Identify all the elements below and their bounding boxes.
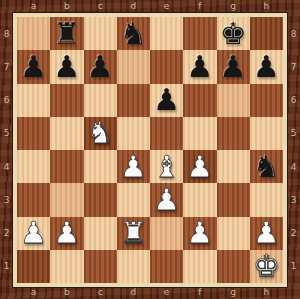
square-f6[interactable]	[183, 84, 216, 117]
square-h5[interactable]	[250, 117, 283, 150]
piece-white-knight[interactable]: ♞	[87, 118, 114, 148]
rank-label-right-5: 5	[287, 117, 300, 150]
square-h7[interactable]: ♟	[250, 50, 283, 83]
piece-black-king[interactable]: ♚	[220, 19, 247, 49]
square-a5[interactable]	[17, 117, 50, 150]
file-label-top-d: d	[117, 0, 150, 13]
square-e5[interactable]	[150, 117, 183, 150]
piece-black-pawn[interactable]: ♟	[186, 52, 213, 82]
square-e8[interactable]	[150, 17, 183, 50]
file-label-bottom-f: f	[183, 286, 216, 299]
piece-black-rook[interactable]: ♜	[53, 19, 80, 49]
rank-label-left-4: 4	[0, 150, 13, 183]
file-label-bottom-h: h	[250, 286, 283, 299]
file-label-top-f: f	[183, 0, 216, 13]
piece-black-pawn[interactable]: ♟	[20, 52, 47, 82]
square-c2[interactable]	[84, 217, 117, 250]
square-h3[interactable]	[250, 183, 283, 216]
square-c6[interactable]	[84, 84, 117, 117]
square-g3[interactable]	[217, 183, 250, 216]
square-a6[interactable]	[17, 84, 50, 117]
square-e7[interactable]	[150, 50, 183, 83]
square-f3[interactable]	[183, 183, 216, 216]
piece-white-pawn[interactable]: ♟	[20, 218, 47, 248]
rank-label-right-7: 7	[287, 50, 300, 83]
rank-label-right-8: 8	[287, 17, 300, 50]
rank-label-left-6: 6	[0, 84, 13, 117]
file-labels-top: abcdefgh	[17, 0, 283, 13]
square-g6[interactable]	[217, 84, 250, 117]
piece-white-pawn[interactable]: ♟	[153, 185, 180, 215]
board-frame: ♜♞♚♟♟♟♟♟♟♟♞♟♝♟♞♟♟♟♜♟♟♚	[13, 13, 287, 287]
square-f1[interactable]	[183, 250, 216, 283]
square-c4[interactable]	[84, 150, 117, 183]
square-d7[interactable]	[117, 50, 150, 83]
piece-white-king[interactable]: ♚	[253, 251, 280, 281]
piece-black-pawn[interactable]: ♟	[87, 52, 114, 82]
piece-white-pawn[interactable]: ♟	[53, 218, 80, 248]
rank-label-right-2: 2	[287, 217, 300, 250]
rank-label-right-6: 6	[287, 84, 300, 117]
chess-board-widget: abcdefgh abcdefgh 87654321 87654321 ♜♞♚♟…	[0, 0, 300, 299]
square-d3[interactable]	[117, 183, 150, 216]
square-g4[interactable]	[217, 150, 250, 183]
square-g7[interactable]: ♟	[217, 50, 250, 83]
rank-label-left-7: 7	[0, 50, 13, 83]
square-b4[interactable]	[50, 150, 83, 183]
square-b1[interactable]	[50, 250, 83, 283]
file-label-top-c: c	[84, 0, 117, 13]
square-a8[interactable]	[17, 17, 50, 50]
file-label-top-e: e	[150, 0, 183, 13]
square-d6[interactable]	[117, 84, 150, 117]
square-f8[interactable]	[183, 17, 216, 50]
square-d2[interactable]: ♜	[117, 217, 150, 250]
square-g2[interactable]	[217, 217, 250, 250]
square-a3[interactable]	[17, 183, 50, 216]
square-f2[interactable]: ♟	[183, 217, 216, 250]
square-f4[interactable]: ♟	[183, 150, 216, 183]
piece-black-pawn[interactable]: ♟	[253, 52, 280, 82]
square-e6[interactable]: ♟	[150, 84, 183, 117]
piece-white-pawn[interactable]: ♟	[253, 218, 280, 248]
rank-label-left-3: 3	[0, 183, 13, 216]
square-f7[interactable]: ♟	[183, 50, 216, 83]
square-b2[interactable]: ♟	[50, 217, 83, 250]
file-label-bottom-g: g	[217, 286, 250, 299]
rank-label-left-5: 5	[0, 117, 13, 150]
piece-black-pawn[interactable]: ♟	[153, 85, 180, 115]
square-d5[interactable]	[117, 117, 150, 150]
square-b5[interactable]	[50, 117, 83, 150]
square-b8[interactable]: ♜	[50, 17, 83, 50]
square-b3[interactable]	[50, 183, 83, 216]
file-label-top-a: a	[17, 0, 50, 13]
piece-white-rook[interactable]: ♜	[120, 218, 147, 248]
rank-label-right-4: 4	[287, 150, 300, 183]
rank-labels-right: 87654321	[287, 17, 300, 283]
file-label-top-h: h	[250, 0, 283, 13]
square-a7[interactable]: ♟	[17, 50, 50, 83]
square-c7[interactable]: ♟	[84, 50, 117, 83]
chess-board: ♜♞♚♟♟♟♟♟♟♟♞♟♝♟♞♟♟♟♜♟♟♚	[17, 17, 283, 283]
square-e2[interactable]	[150, 217, 183, 250]
square-g8[interactable]: ♚	[217, 17, 250, 50]
file-label-bottom-b: b	[50, 286, 83, 299]
square-g1[interactable]	[217, 250, 250, 283]
rank-label-left-1: 1	[0, 250, 13, 283]
rank-label-left-8: 8	[0, 17, 13, 50]
square-d1[interactable]	[117, 250, 150, 283]
square-c1[interactable]	[84, 250, 117, 283]
square-h6[interactable]	[250, 84, 283, 117]
file-label-bottom-c: c	[84, 286, 117, 299]
square-e1[interactable]	[150, 250, 183, 283]
square-b6[interactable]	[50, 84, 83, 117]
file-label-top-b: b	[50, 0, 83, 13]
piece-black-pawn[interactable]: ♟	[53, 52, 80, 82]
piece-black-pawn[interactable]: ♟	[220, 52, 247, 82]
square-e4[interactable]: ♝	[150, 150, 183, 183]
square-h4[interactable]: ♞	[250, 150, 283, 183]
square-d8[interactable]: ♞	[117, 17, 150, 50]
file-label-bottom-d: d	[117, 286, 150, 299]
piece-black-knight[interactable]: ♞	[120, 19, 147, 49]
square-h8[interactable]	[250, 17, 283, 50]
square-h1[interactable]: ♚	[250, 250, 283, 283]
square-h2[interactable]: ♟	[250, 217, 283, 250]
square-a2[interactable]: ♟	[17, 217, 50, 250]
square-e3[interactable]: ♟	[150, 183, 183, 216]
square-c5[interactable]: ♞	[84, 117, 117, 150]
file-label-top-g: g	[217, 0, 250, 13]
piece-white-pawn[interactable]: ♟	[120, 152, 147, 182]
square-d4[interactable]: ♟	[117, 150, 150, 183]
file-label-bottom-a: a	[17, 286, 50, 299]
square-b7[interactable]: ♟	[50, 50, 83, 83]
piece-white-pawn[interactable]: ♟	[186, 218, 213, 248]
square-g5[interactable]	[217, 117, 250, 150]
square-c8[interactable]	[84, 17, 117, 50]
rank-label-right-3: 3	[287, 183, 300, 216]
square-a4[interactable]	[17, 150, 50, 183]
square-c3[interactable]	[84, 183, 117, 216]
square-a1[interactable]	[17, 250, 50, 283]
file-label-bottom-e: e	[150, 286, 183, 299]
piece-white-bishop[interactable]: ♝	[153, 152, 180, 182]
square-f5[interactable]	[183, 117, 216, 150]
rank-label-right-1: 1	[287, 250, 300, 283]
piece-white-pawn[interactable]: ♟	[186, 152, 213, 182]
file-labels-bottom: abcdefgh	[17, 286, 283, 299]
piece-black-knight[interactable]: ♞	[253, 152, 280, 182]
rank-label-left-2: 2	[0, 217, 13, 250]
rank-labels-left: 87654321	[0, 17, 13, 283]
